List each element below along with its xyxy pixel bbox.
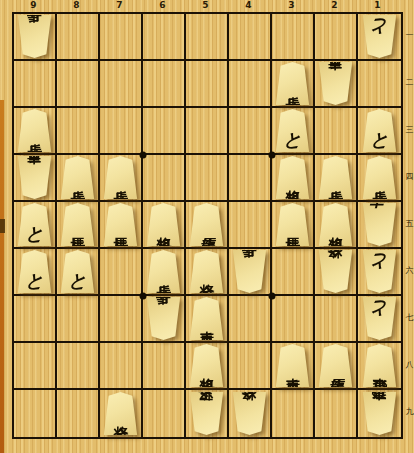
- square-1-2[interactable]: [358, 61, 401, 108]
- file-label-3: 3: [270, 0, 313, 11]
- square-4-1[interactable]: [229, 14, 272, 61]
- square-5-3[interactable]: [186, 108, 229, 155]
- shogi-piece-sente-歩兵[interactable]: 歩兵: [145, 250, 182, 293]
- square-3-8[interactable]: 香車: [272, 343, 315, 390]
- shogi-piece-sente-と[interactable]: と: [16, 203, 53, 246]
- piece-face: 歩兵: [361, 156, 398, 199]
- piece-face: 香車: [16, 156, 53, 199]
- piece-face: 飛車: [361, 344, 398, 387]
- square-3-5[interactable]: 桂馬: [272, 202, 315, 249]
- piece-kanji: と: [26, 261, 44, 282]
- square-1-5[interactable]: 圭: [358, 202, 401, 249]
- shogi-piece-sente-香車[interactable]: 香車: [274, 344, 311, 387]
- square-6-6[interactable]: 歩兵: [143, 249, 186, 296]
- rank-label-4: 四: [405, 153, 414, 200]
- piece-face: と: [16, 203, 53, 246]
- square-3-7[interactable]: [272, 296, 315, 343]
- square-2-2[interactable]: 香車: [315, 61, 358, 108]
- shogi-piece-gote-香車[interactable]: 香車: [16, 156, 53, 199]
- file-label-7: 7: [98, 0, 141, 11]
- shogi-piece-gote-香車[interactable]: 香車: [317, 62, 354, 105]
- square-3-3[interactable]: と: [272, 108, 315, 155]
- hoshi-point: [269, 293, 276, 300]
- shogi-piece-sente-桂馬[interactable]: 桂馬: [274, 203, 311, 246]
- piece-face: 歩兵: [16, 109, 53, 152]
- square-9-9[interactable]: [14, 390, 57, 437]
- square-8-1[interactable]: [57, 14, 100, 61]
- square-7-8[interactable]: [100, 343, 143, 390]
- square-1-9[interactable]: 飛車: [358, 390, 401, 437]
- rank-label-3: 三: [405, 106, 414, 153]
- shogi-piece-sente-歩兵[interactable]: 歩兵: [16, 109, 53, 152]
- shogi-piece-sente-龍馬[interactable]: 龍馬: [317, 344, 354, 387]
- square-7-4[interactable]: 歩兵: [100, 155, 143, 202]
- square-8-6[interactable]: と: [57, 249, 100, 296]
- square-6-4[interactable]: [143, 155, 186, 202]
- shogi-piece-sente-歩兵[interactable]: 歩兵: [317, 156, 354, 199]
- square-7-3[interactable]: [100, 108, 143, 155]
- square-3-9[interactable]: [272, 390, 315, 437]
- piece-face: 歩兵: [59, 156, 96, 199]
- shogi-piece-gote-歩兵[interactable]: 歩兵: [231, 250, 268, 293]
- shogi-piece-sente-飛車[interactable]: 飛車: [361, 344, 398, 387]
- piece-face: 銀将: [145, 203, 182, 246]
- square-2-1[interactable]: [315, 14, 358, 61]
- square-4-8[interactable]: [229, 343, 272, 390]
- piece-face: 桂馬: [274, 203, 311, 246]
- square-5-7[interactable]: 香車: [186, 296, 229, 343]
- square-4-2[interactable]: [229, 61, 272, 108]
- square-9-5[interactable]: と: [14, 202, 57, 249]
- rank-label-1: 一: [405, 12, 414, 59]
- piece-face: と: [361, 109, 398, 152]
- square-1-8[interactable]: 飛車: [358, 343, 401, 390]
- piece-face: 桂馬: [102, 203, 139, 246]
- shogi-piece-sente-歩兵[interactable]: 歩兵: [59, 156, 96, 199]
- shogi-piece-sente-香車[interactable]: 香車: [188, 297, 225, 340]
- piece-face: 香車: [317, 62, 354, 105]
- file-label-2: 2: [313, 0, 356, 11]
- shogi-piece-gote-と[interactable]: と: [361, 297, 398, 340]
- piece-face: 王将: [188, 392, 225, 435]
- square-1-1[interactable]: と: [358, 14, 401, 61]
- square-7-5[interactable]: 桂馬: [100, 202, 143, 249]
- hoshi-point: [269, 152, 276, 159]
- shogi-piece-sente-桂馬[interactable]: 桂馬: [59, 203, 96, 246]
- piece-face: 歩兵: [145, 250, 182, 293]
- piece-face: と: [274, 109, 311, 152]
- square-9-1[interactable]: 歩兵: [14, 14, 57, 61]
- square-9-3[interactable]: 歩兵: [14, 108, 57, 155]
- square-1-4[interactable]: 歩兵: [358, 155, 401, 202]
- square-2-8[interactable]: 龍馬: [315, 343, 358, 390]
- piece-kanji: と: [371, 26, 389, 47]
- square-5-9[interactable]: 王将: [186, 390, 229, 437]
- piece-face: 飛車: [361, 392, 398, 435]
- shogi-piece-sente-銀将[interactable]: 銀将: [274, 156, 311, 199]
- piece-face: と: [361, 297, 398, 340]
- square-8-8[interactable]: [57, 343, 100, 390]
- shogi-piece-sente-歩兵[interactable]: 歩兵: [361, 156, 398, 199]
- file-label-8: 8: [55, 0, 98, 11]
- piece-face: 歩兵: [274, 62, 311, 105]
- square-2-6[interactable]: 金将: [315, 249, 358, 296]
- shogi-piece-gote-金将[interactable]: 金将: [231, 392, 268, 435]
- piece-face: 歩兵: [231, 250, 268, 293]
- shogi-piece-gote-と[interactable]: と: [361, 15, 398, 58]
- shogi-piece-gote-飛車[interactable]: 飛車: [361, 392, 398, 435]
- rank-label-5: 五: [405, 200, 414, 247]
- square-6-2[interactable]: [143, 61, 186, 108]
- piece-face: 歩兵: [16, 15, 53, 58]
- piece-face: 銀将: [274, 156, 311, 199]
- shogi-piece-sente-龍馬[interactable]: 龍馬: [188, 203, 225, 246]
- piece-face: 歩兵: [317, 156, 354, 199]
- square-3-4[interactable]: 銀将: [272, 155, 315, 202]
- square-1-7[interactable]: と: [358, 296, 401, 343]
- square-2-7[interactable]: [315, 296, 358, 343]
- rank-label-2: 二: [405, 59, 414, 106]
- shogi-piece-sente-歩兵[interactable]: 歩兵: [274, 62, 311, 105]
- piece-face: 歩兵: [145, 297, 182, 340]
- file-label-5: 5: [184, 0, 227, 11]
- shogi-piece-sente-と[interactable]: と: [59, 250, 96, 293]
- hoshi-point: [140, 152, 147, 159]
- shogi-app-window: 歩兵と歩兵香車歩兵とと香車歩兵歩兵銀将歩兵歩兵と桂馬桂馬銀将龍馬桂馬銀将圭とと歩…: [0, 0, 414, 453]
- square-8-2[interactable]: [57, 61, 100, 108]
- square-9-4[interactable]: 香車: [14, 155, 57, 202]
- square-6-9[interactable]: [143, 390, 186, 437]
- square-5-4[interactable]: [186, 155, 229, 202]
- square-4-9[interactable]: 金将: [229, 390, 272, 437]
- shogi-piece-gote-金将[interactable]: 金将: [317, 250, 354, 293]
- piece-face: 桂馬: [59, 203, 96, 246]
- piece-face: と: [361, 15, 398, 58]
- square-6-5[interactable]: 銀将: [143, 202, 186, 249]
- file-label-4: 4: [227, 0, 270, 11]
- piece-kanji: と: [69, 261, 87, 282]
- shogi-piece-sente-と[interactable]: と: [274, 109, 311, 152]
- square-4-5[interactable]: [229, 202, 272, 249]
- piece-face: 銀将: [317, 203, 354, 246]
- piece-kanji: と: [371, 308, 389, 329]
- shogi-piece-gote-歩兵[interactable]: 歩兵: [145, 297, 182, 340]
- square-9-8[interactable]: [14, 343, 57, 390]
- left-edge-accent: [0, 100, 4, 453]
- shogi-piece-sente-歩兵[interactable]: 歩兵: [102, 156, 139, 199]
- square-7-6[interactable]: [100, 249, 143, 296]
- square-5-6[interactable]: 金将: [186, 249, 229, 296]
- piece-face: 圭: [361, 203, 398, 246]
- rank-label-7: 七: [405, 294, 414, 341]
- piece-kanji: と: [371, 261, 389, 282]
- square-6-7[interactable]: 歩兵: [143, 296, 186, 343]
- square-1-3[interactable]: と: [358, 108, 401, 155]
- piece-face: と: [16, 250, 53, 293]
- square-2-5[interactable]: 銀将: [315, 202, 358, 249]
- square-8-7[interactable]: [57, 296, 100, 343]
- square-2-4[interactable]: 歩兵: [315, 155, 358, 202]
- square-2-3[interactable]: [315, 108, 358, 155]
- square-1-6[interactable]: と: [358, 249, 401, 296]
- square-4-4[interactable]: [229, 155, 272, 202]
- square-4-6[interactable]: 歩兵: [229, 249, 272, 296]
- shogi-piece-sente-銀将[interactable]: 銀将: [317, 203, 354, 246]
- piece-face: と: [59, 250, 96, 293]
- rank-label-9: 九: [405, 388, 414, 435]
- square-5-5[interactable]: 龍馬: [186, 202, 229, 249]
- square-4-7[interactable]: [229, 296, 272, 343]
- piece-face: 金将: [231, 392, 268, 435]
- shogi-board: 歩兵と歩兵香車歩兵とと香車歩兵歩兵銀将歩兵歩兵と桂馬桂馬銀将龍馬桂馬銀将圭とと歩…: [12, 12, 403, 439]
- square-8-3[interactable]: [57, 108, 100, 155]
- square-8-5[interactable]: 桂馬: [57, 202, 100, 249]
- square-7-7[interactable]: [100, 296, 143, 343]
- piece-face: 金将: [317, 250, 354, 293]
- square-7-1[interactable]: [100, 14, 143, 61]
- file-label-6: 6: [141, 0, 184, 11]
- piece-face: と: [361, 250, 398, 293]
- square-5-1[interactable]: [186, 14, 229, 61]
- file-label-9: 9: [12, 0, 55, 11]
- shogi-piece-sente-銀将[interactable]: 銀将: [188, 344, 225, 387]
- rank-label-6: 六: [405, 247, 414, 294]
- shogi-piece-gote-と[interactable]: と: [361, 250, 398, 293]
- square-7-9[interactable]: 金将: [100, 390, 143, 437]
- hoshi-point: [140, 293, 147, 300]
- piece-face: 歩兵: [102, 156, 139, 199]
- piece-face: 金将: [188, 250, 225, 293]
- shogi-piece-sente-と[interactable]: と: [361, 109, 398, 152]
- piece-face: 香車: [274, 344, 311, 387]
- square-2-9[interactable]: [315, 390, 358, 437]
- shogi-piece-gote-歩兵[interactable]: 歩兵: [16, 15, 53, 58]
- square-6-8[interactable]: [143, 343, 186, 390]
- piece-kanji: と: [371, 120, 389, 141]
- square-6-3[interactable]: [143, 108, 186, 155]
- square-9-6[interactable]: と: [14, 249, 57, 296]
- shogi-piece-sente-銀将[interactable]: 銀将: [145, 203, 182, 246]
- piece-face: 銀将: [188, 344, 225, 387]
- file-label-1: 1: [356, 0, 399, 11]
- square-3-6[interactable]: [272, 249, 315, 296]
- piece-face: 龍馬: [317, 344, 354, 387]
- piece-kanji: と: [26, 214, 44, 235]
- left-edge-fragment: [0, 219, 5, 233]
- square-9-2[interactable]: [14, 61, 57, 108]
- shogi-piece-sente-桂馬[interactable]: 桂馬: [102, 203, 139, 246]
- square-5-8[interactable]: 銀将: [186, 343, 229, 390]
- piece-face: 金将: [102, 392, 139, 435]
- piece-face: 香車: [188, 297, 225, 340]
- square-9-7[interactable]: [14, 296, 57, 343]
- square-8-4[interactable]: 歩兵: [57, 155, 100, 202]
- piece-face: 龍馬: [188, 203, 225, 246]
- shogi-piece-gote-王将[interactable]: 王将: [188, 392, 225, 435]
- square-8-9[interactable]: [57, 390, 100, 437]
- square-3-1[interactable]: [272, 14, 315, 61]
- shogi-piece-sente-と[interactable]: と: [16, 250, 53, 293]
- piece-kanji: と: [284, 120, 302, 141]
- square-6-1[interactable]: [143, 14, 186, 61]
- shogi-piece-gote-圭[interactable]: 圭: [361, 203, 398, 246]
- square-7-2[interactable]: [100, 61, 143, 108]
- square-3-2[interactable]: 歩兵: [272, 61, 315, 108]
- shogi-piece-sente-金将[interactable]: 金将: [102, 392, 139, 435]
- square-4-3[interactable]: [229, 108, 272, 155]
- rank-label-8: 八: [405, 341, 414, 388]
- square-5-2[interactable]: [186, 61, 229, 108]
- shogi-piece-sente-金将[interactable]: 金将: [188, 250, 225, 293]
